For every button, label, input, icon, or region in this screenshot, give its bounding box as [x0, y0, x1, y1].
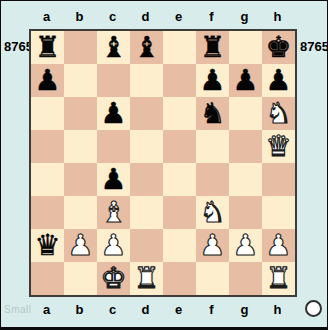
square-h5[interactable]: ♛ — [262, 130, 295, 163]
square-b4[interactable] — [64, 163, 97, 196]
square-b3[interactable] — [64, 196, 97, 229]
rank-labels-right: 87654321 — [300, 30, 320, 294]
file-label-c: c — [96, 300, 129, 320]
square-a5[interactable] — [31, 130, 64, 163]
square-d6[interactable] — [130, 97, 163, 130]
piece-black-bishop[interactable]: ♝ — [97, 31, 130, 64]
piece-white-bishop[interactable]: ♝ — [97, 196, 130, 229]
square-g4[interactable] — [229, 163, 262, 196]
square-b2[interactable]: ♟ — [64, 229, 97, 262]
square-c6[interactable]: ♟ — [97, 97, 130, 130]
square-h3[interactable] — [262, 196, 295, 229]
piece-black-rook[interactable]: ♜ — [31, 31, 64, 64]
piece-white-knight[interactable]: ♞ — [196, 196, 229, 229]
square-h6[interactable]: ♞ — [262, 97, 295, 130]
file-label-e: e — [162, 7, 195, 27]
file-label-e: e — [162, 300, 195, 320]
square-c5[interactable] — [97, 130, 130, 163]
square-e2[interactable] — [163, 229, 196, 262]
piece-white-queen[interactable]: ♛ — [262, 130, 295, 163]
file-labels-top: abcdefgh — [30, 7, 294, 27]
square-c8[interactable]: ♝ — [97, 31, 130, 64]
square-g1[interactable] — [229, 262, 262, 295]
square-c1[interactable]: ♚ — [97, 262, 130, 295]
white-to-move-indicator — [305, 300, 322, 317]
square-h1[interactable]: ♜ — [262, 262, 295, 295]
square-d1[interactable]: ♜ — [130, 262, 163, 295]
square-d8[interactable]: ♝ — [130, 31, 163, 64]
square-c3[interactable]: ♝ — [97, 196, 130, 229]
rank-label-6: 6 — [18, 39, 25, 54]
piece-white-pawn[interactable]: ♟ — [229, 229, 262, 262]
square-d7[interactable] — [130, 64, 163, 97]
file-label-d: d — [129, 300, 162, 320]
square-c7[interactable] — [97, 64, 130, 97]
square-h8[interactable]: ♚ — [262, 31, 295, 64]
square-d2[interactable] — [130, 229, 163, 262]
square-f7[interactable]: ♟ — [196, 64, 229, 97]
square-g7[interactable]: ♟ — [229, 64, 262, 97]
square-g2[interactable]: ♟ — [229, 229, 262, 262]
square-g8[interactable] — [229, 31, 262, 64]
square-d4[interactable] — [130, 163, 163, 196]
square-f4[interactable] — [196, 163, 229, 196]
piece-black-pawn[interactable]: ♟ — [229, 64, 262, 97]
piece-white-king[interactable]: ♚ — [97, 262, 130, 295]
file-label-h: h — [261, 7, 294, 27]
square-d5[interactable] — [130, 130, 163, 163]
square-h4[interactable] — [262, 163, 295, 196]
square-b1[interactable] — [64, 262, 97, 295]
square-f5[interactable] — [196, 130, 229, 163]
square-a6[interactable] — [31, 97, 64, 130]
square-c4[interactable]: ♟ — [97, 163, 130, 196]
square-e5[interactable] — [163, 130, 196, 163]
file-label-b: b — [63, 300, 96, 320]
chess-window: abcdefgh 87654321 ♜♝♝♜♚♟♟♟♟♟♞♞♛♟♝♞♛♟♟♟♟♟… — [0, 0, 328, 330]
square-g3[interactable] — [229, 196, 262, 229]
piece-white-rook[interactable]: ♜ — [130, 262, 163, 295]
square-f6[interactable]: ♞ — [196, 97, 229, 130]
board-grid: ♜♝♝♜♚♟♟♟♟♟♞♞♛♟♝♞♛♟♟♟♟♟♚♜♜ — [31, 31, 295, 295]
square-e1[interactable] — [163, 262, 196, 295]
piece-black-knight[interactable]: ♞ — [196, 97, 229, 130]
square-a4[interactable] — [31, 163, 64, 196]
piece-white-pawn[interactable]: ♟ — [262, 229, 295, 262]
square-f1[interactable] — [196, 262, 229, 295]
piece-white-pawn[interactable]: ♟ — [64, 229, 97, 262]
piece-black-pawn[interactable]: ♟ — [97, 97, 130, 130]
square-a8[interactable]: ♜ — [31, 31, 64, 64]
piece-black-pawn[interactable]: ♟ — [31, 64, 64, 97]
square-f8[interactable]: ♜ — [196, 31, 229, 64]
piece-black-pawn[interactable]: ♟ — [196, 64, 229, 97]
rank-labels-left: 87654321 — [4, 30, 24, 294]
square-a1[interactable] — [31, 262, 64, 295]
file-label-f: f — [195, 7, 228, 27]
square-h2[interactable]: ♟ — [262, 229, 295, 262]
square-g6[interactable] — [229, 97, 262, 130]
file-label-g: g — [228, 7, 261, 27]
square-b6[interactable] — [64, 97, 97, 130]
square-h7[interactable]: ♟ — [262, 64, 295, 97]
square-e7[interactable] — [163, 64, 196, 97]
square-c2[interactable]: ♟ — [97, 229, 130, 262]
file-label-a: a — [30, 300, 63, 320]
file-label-d: d — [129, 7, 162, 27]
square-a2[interactable]: ♛ — [31, 229, 64, 262]
file-label-a: a — [30, 7, 63, 27]
square-a7[interactable]: ♟ — [31, 64, 64, 97]
piece-black-pawn[interactable]: ♟ — [97, 163, 130, 196]
square-f3[interactable]: ♞ — [196, 196, 229, 229]
square-a3[interactable] — [31, 196, 64, 229]
square-e4[interactable] — [163, 163, 196, 196]
piece-black-queen[interactable]: ♛ — [31, 229, 64, 262]
chess-board: ♜♝♝♜♚♟♟♟♟♟♞♞♛♟♝♞♛♟♟♟♟♟♚♜♜ — [29, 29, 297, 297]
square-b8[interactable] — [64, 31, 97, 64]
file-label-h: h — [261, 300, 294, 320]
file-labels-bottom: abcdefgh — [30, 300, 294, 320]
piece-black-king[interactable]: ♚ — [262, 31, 295, 64]
rank-label-5: 5 — [322, 39, 328, 54]
square-d3[interactable] — [130, 196, 163, 229]
piece-black-pawn[interactable]: ♟ — [262, 64, 295, 97]
square-e3[interactable] — [163, 196, 196, 229]
piece-white-knight[interactable]: ♞ — [262, 97, 295, 130]
file-label-g: g — [228, 300, 261, 320]
board-size-label: Small — [4, 304, 32, 315]
square-g5[interactable] — [229, 130, 262, 163]
piece-white-pawn[interactable]: ♟ — [97, 229, 130, 262]
file-label-b: b — [63, 7, 96, 27]
square-b5[interactable] — [64, 130, 97, 163]
piece-white-rook[interactable]: ♜ — [262, 262, 295, 295]
square-f2[interactable]: ♟ — [196, 229, 229, 262]
square-e6[interactable] — [163, 97, 196, 130]
square-e8[interactable] — [163, 31, 196, 64]
piece-black-rook[interactable]: ♜ — [196, 31, 229, 64]
file-label-f: f — [195, 300, 228, 320]
piece-black-bishop[interactable]: ♝ — [130, 31, 163, 64]
file-label-c: c — [96, 7, 129, 27]
rank-label-6: 6 — [314, 39, 321, 54]
square-b7[interactable] — [64, 64, 97, 97]
piece-white-pawn[interactable]: ♟ — [196, 229, 229, 262]
